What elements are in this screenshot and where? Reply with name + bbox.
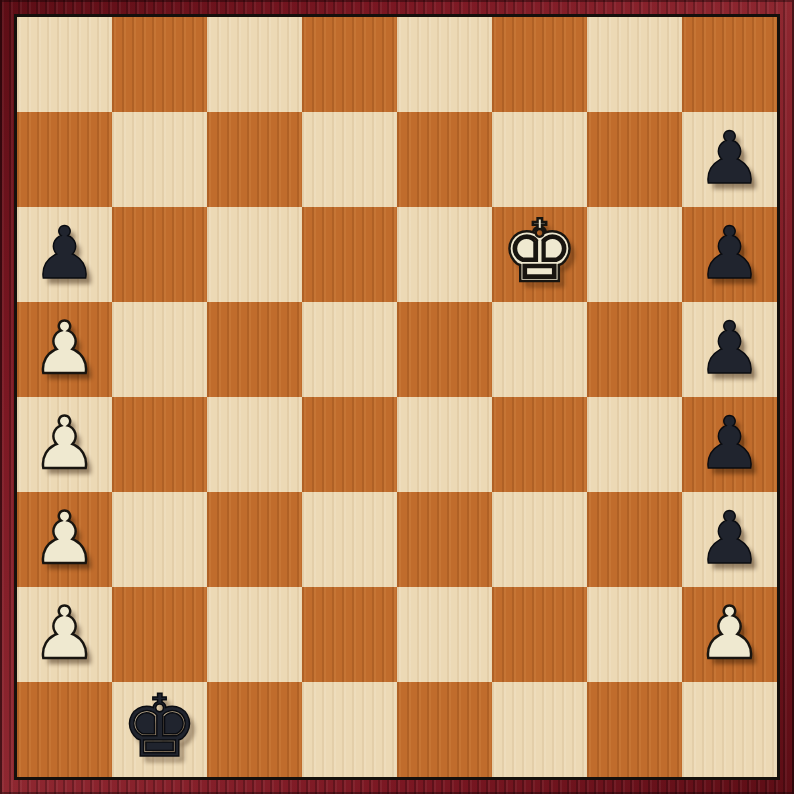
square-c6[interactable] <box>207 207 302 302</box>
square-h8[interactable] <box>682 17 777 112</box>
square-e1[interactable] <box>397 682 492 777</box>
board-frame: ♟♟♚♟♟♟♟♟♟♟♟♟♚ <box>0 0 794 794</box>
square-b2[interactable] <box>112 587 207 682</box>
square-a2[interactable]: ♟ <box>17 587 112 682</box>
square-d1[interactable] <box>302 682 397 777</box>
square-g2[interactable] <box>587 587 682 682</box>
square-c8[interactable] <box>207 17 302 112</box>
black-pawn[interactable]: ♟ <box>697 502 762 574</box>
square-d6[interactable] <box>302 207 397 302</box>
square-b8[interactable] <box>112 17 207 112</box>
square-f2[interactable] <box>492 587 587 682</box>
square-a4[interactable]: ♟ <box>17 397 112 492</box>
black-pawn[interactable]: ♟ <box>697 217 762 289</box>
white-pawn[interactable]: ♟ <box>697 597 762 669</box>
square-a1[interactable] <box>17 682 112 777</box>
square-f5[interactable] <box>492 302 587 397</box>
white-pawn[interactable]: ♟ <box>32 407 97 479</box>
square-c5[interactable] <box>207 302 302 397</box>
square-c2[interactable] <box>207 587 302 682</box>
square-d4[interactable] <box>302 397 397 492</box>
square-a7[interactable] <box>17 112 112 207</box>
square-d3[interactable] <box>302 492 397 587</box>
square-e2[interactable] <box>397 587 492 682</box>
square-e7[interactable] <box>397 112 492 207</box>
square-e6[interactable] <box>397 207 492 302</box>
black-pawn[interactable]: ♟ <box>32 217 97 289</box>
square-h6[interactable]: ♟ <box>682 207 777 302</box>
square-a3[interactable]: ♟ <box>17 492 112 587</box>
square-b4[interactable] <box>112 397 207 492</box>
square-g4[interactable] <box>587 397 682 492</box>
white-king[interactable]: ♚ <box>501 208 578 294</box>
square-f7[interactable] <box>492 112 587 207</box>
square-a8[interactable] <box>17 17 112 112</box>
square-b3[interactable] <box>112 492 207 587</box>
square-g1[interactable] <box>587 682 682 777</box>
square-c7[interactable] <box>207 112 302 207</box>
white-pawn[interactable]: ♟ <box>32 502 97 574</box>
square-f3[interactable] <box>492 492 587 587</box>
chess-board: ♟♟♚♟♟♟♟♟♟♟♟♟♚ <box>17 17 777 777</box>
square-c3[interactable] <box>207 492 302 587</box>
black-pawn[interactable]: ♟ <box>697 122 762 194</box>
square-a6[interactable]: ♟ <box>17 207 112 302</box>
square-h5[interactable]: ♟ <box>682 302 777 397</box>
square-a5[interactable]: ♟ <box>17 302 112 397</box>
square-b6[interactable] <box>112 207 207 302</box>
square-h1[interactable] <box>682 682 777 777</box>
square-d5[interactable] <box>302 302 397 397</box>
square-e4[interactable] <box>397 397 492 492</box>
square-b1[interactable]: ♚ <box>112 682 207 777</box>
square-f1[interactable] <box>492 682 587 777</box>
square-f6[interactable]: ♚ <box>492 207 587 302</box>
black-pawn[interactable]: ♟ <box>697 312 762 384</box>
square-h7[interactable]: ♟ <box>682 112 777 207</box>
square-g8[interactable] <box>587 17 682 112</box>
square-f4[interactable] <box>492 397 587 492</box>
square-h4[interactable]: ♟ <box>682 397 777 492</box>
board-inner-border: ♟♟♚♟♟♟♟♟♟♟♟♟♚ <box>14 14 780 780</box>
white-pawn[interactable]: ♟ <box>32 312 97 384</box>
square-g3[interactable] <box>587 492 682 587</box>
black-pawn[interactable]: ♟ <box>697 407 762 479</box>
black-king[interactable]: ♚ <box>121 683 198 769</box>
square-b7[interactable] <box>112 112 207 207</box>
white-pawn[interactable]: ♟ <box>32 597 97 669</box>
square-h2[interactable]: ♟ <box>682 587 777 682</box>
square-e3[interactable] <box>397 492 492 587</box>
square-c1[interactable] <box>207 682 302 777</box>
square-d8[interactable] <box>302 17 397 112</box>
square-f8[interactable] <box>492 17 587 112</box>
square-d7[interactable] <box>302 112 397 207</box>
square-g6[interactable] <box>587 207 682 302</box>
square-h3[interactable]: ♟ <box>682 492 777 587</box>
square-g5[interactable] <box>587 302 682 397</box>
square-b5[interactable] <box>112 302 207 397</box>
square-g7[interactable] <box>587 112 682 207</box>
square-d2[interactable] <box>302 587 397 682</box>
square-e5[interactable] <box>397 302 492 397</box>
square-c4[interactable] <box>207 397 302 492</box>
square-e8[interactable] <box>397 17 492 112</box>
